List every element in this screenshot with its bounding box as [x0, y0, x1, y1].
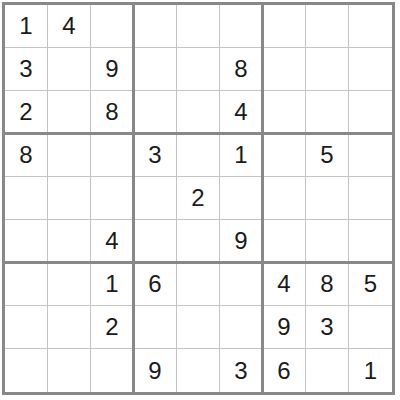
cell-r2c8[interactable] — [306, 48, 349, 91]
cell-r8c4[interactable] — [134, 306, 177, 349]
cell-r7c1[interactable] — [5, 263, 48, 306]
cell-r1c2[interactable]: 4 — [48, 5, 91, 48]
cell-r6c6[interactable]: 9 — [220, 220, 263, 263]
sudoku-cell-grid: 143982848315249164852939361 — [5, 5, 392, 392]
cell-r5c5[interactable]: 2 — [177, 177, 220, 220]
cell-r3c1[interactable]: 2 — [5, 91, 48, 134]
cell-r1c8[interactable] — [306, 5, 349, 48]
cell-r5c6[interactable] — [220, 177, 263, 220]
cell-r6c4[interactable] — [134, 220, 177, 263]
cell-r7c2[interactable] — [48, 263, 91, 306]
cell-r7c5[interactable] — [177, 263, 220, 306]
cell-r1c3[interactable] — [91, 5, 134, 48]
cell-r4c6[interactable]: 1 — [220, 134, 263, 177]
cell-r8c6[interactable] — [220, 306, 263, 349]
cell-r8c8[interactable]: 3 — [306, 306, 349, 349]
cell-r9c8[interactable] — [306, 349, 349, 392]
cell-r3c7[interactable] — [263, 91, 306, 134]
cell-r4c5[interactable] — [177, 134, 220, 177]
cell-r1c7[interactable] — [263, 5, 306, 48]
cell-r8c9[interactable] — [349, 306, 392, 349]
cell-r2c6[interactable]: 8 — [220, 48, 263, 91]
cell-r9c1[interactable] — [5, 349, 48, 392]
cell-r9c4[interactable]: 9 — [134, 349, 177, 392]
cell-r8c3[interactable]: 2 — [91, 306, 134, 349]
cell-r2c5[interactable] — [177, 48, 220, 91]
cell-r7c8[interactable]: 8 — [306, 263, 349, 306]
cell-r2c2[interactable] — [48, 48, 91, 91]
box-divider-vertical-1 — [132, 5, 135, 392]
cell-r6c3[interactable]: 4 — [91, 220, 134, 263]
cell-r1c4[interactable] — [134, 5, 177, 48]
cell-r2c9[interactable] — [349, 48, 392, 91]
box-divider-vertical-2 — [261, 5, 264, 392]
cell-r7c3[interactable]: 1 — [91, 263, 134, 306]
cell-r5c7[interactable] — [263, 177, 306, 220]
cell-r5c9[interactable] — [349, 177, 392, 220]
cell-r9c6[interactable]: 3 — [220, 349, 263, 392]
cell-r3c2[interactable] — [48, 91, 91, 134]
cell-r1c5[interactable] — [177, 5, 220, 48]
cell-r5c3[interactable] — [91, 177, 134, 220]
sudoku-board: 143982848315249164852939361 — [2, 2, 395, 395]
cell-r9c9[interactable]: 1 — [349, 349, 392, 392]
cell-r4c2[interactable] — [48, 134, 91, 177]
cell-r1c1[interactable]: 1 — [5, 5, 48, 48]
cell-r4c9[interactable] — [349, 134, 392, 177]
cell-r4c4[interactable]: 3 — [134, 134, 177, 177]
cell-r7c9[interactable]: 5 — [349, 263, 392, 306]
cell-r3c3[interactable]: 8 — [91, 91, 134, 134]
cell-r6c5[interactable] — [177, 220, 220, 263]
cell-r7c7[interactable]: 4 — [263, 263, 306, 306]
cell-r9c7[interactable]: 6 — [263, 349, 306, 392]
cell-r5c1[interactable] — [5, 177, 48, 220]
box-divider-horizontal-1 — [5, 132, 392, 135]
cell-r8c2[interactable] — [48, 306, 91, 349]
cell-r6c1[interactable] — [5, 220, 48, 263]
box-divider-horizontal-2 — [5, 261, 392, 264]
cell-r3c9[interactable] — [349, 91, 392, 134]
cell-r1c9[interactable] — [349, 5, 392, 48]
cell-r5c2[interactable] — [48, 177, 91, 220]
cell-r1c6[interactable] — [220, 5, 263, 48]
cell-r4c8[interactable]: 5 — [306, 134, 349, 177]
cell-r7c4[interactable]: 6 — [134, 263, 177, 306]
cell-r8c1[interactable] — [5, 306, 48, 349]
cell-r7c6[interactable] — [220, 263, 263, 306]
cell-r3c5[interactable] — [177, 91, 220, 134]
cell-r2c1[interactable]: 3 — [5, 48, 48, 91]
cell-r6c8[interactable] — [306, 220, 349, 263]
sudoku-page: 143982848315249164852939361 — [0, 0, 400, 400]
cell-r2c7[interactable] — [263, 48, 306, 91]
cell-r2c3[interactable]: 9 — [91, 48, 134, 91]
cell-r6c2[interactable] — [48, 220, 91, 263]
cell-r5c8[interactable] — [306, 177, 349, 220]
cell-r3c4[interactable] — [134, 91, 177, 134]
cell-r9c2[interactable] — [48, 349, 91, 392]
cell-r9c5[interactable] — [177, 349, 220, 392]
cell-r3c6[interactable]: 4 — [220, 91, 263, 134]
cell-r6c7[interactable] — [263, 220, 306, 263]
cell-r2c4[interactable] — [134, 48, 177, 91]
cell-r9c3[interactable] — [91, 349, 134, 392]
cell-r4c3[interactable] — [91, 134, 134, 177]
cell-r5c4[interactable] — [134, 177, 177, 220]
cell-r8c7[interactable]: 9 — [263, 306, 306, 349]
cell-r4c7[interactable] — [263, 134, 306, 177]
cell-r6c9[interactable] — [349, 220, 392, 263]
cell-r4c1[interactable]: 8 — [5, 134, 48, 177]
cell-r3c8[interactable] — [306, 91, 349, 134]
cell-r8c5[interactable] — [177, 306, 220, 349]
